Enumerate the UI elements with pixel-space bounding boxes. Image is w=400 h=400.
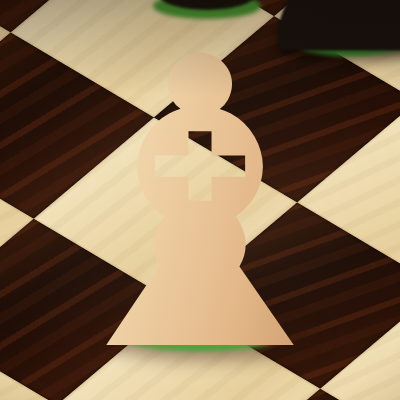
black-piece-partial-right[interactable]: ♟: [230, 0, 400, 87]
chess-photo-scene: ♝♟: [0, 0, 400, 400]
